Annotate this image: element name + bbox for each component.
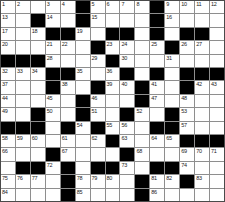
clue-number: 86 [151,189,157,195]
cell-r15c11[interactable]: 86 [150,189,164,201]
cell-r14c2[interactable]: 76 [16,175,30,187]
cell-r2c14[interactable] [195,14,209,26]
cell-r9c7[interactable]: 51 [91,108,105,120]
clue-number: 36 [107,68,113,74]
cell-r4c15[interactable] [210,41,224,53]
clue-number: 85 [77,189,83,195]
cell-r13c14[interactable] [195,162,209,174]
cell-r11c4[interactable] [46,135,60,147]
cell-r4c3[interactable] [31,41,45,53]
clue-number: 4 [62,1,65,7]
cell-r8c3[interactable] [31,95,45,107]
cell-r15c9[interactable] [120,189,134,201]
cell-r5c4[interactable]: 28 [46,55,60,67]
clue-number: 22 [62,41,68,47]
black-cell-r6c5 [61,68,75,80]
cell-r2c8[interactable] [106,14,120,26]
cell-r15c8[interactable] [106,189,120,201]
cell-r7c1[interactable]: 37 [1,81,15,93]
clue-number: 14 [47,14,53,20]
cell-r7c2[interactable] [16,81,30,93]
cell-r1c2[interactable]: 2 [16,1,30,13]
black-cell-r3c8 [106,28,120,40]
cell-r15c1[interactable]: 84 [1,189,15,201]
cell-r5c15[interactable] [210,55,224,67]
clue-number: 49 [2,108,8,114]
cell-r12c15[interactable]: 71 [210,148,224,160]
cell-r8c7[interactable]: 46 [91,95,105,107]
cell-r6c12[interactable] [165,68,179,80]
cell-r7c9[interactable]: 40 [120,81,134,93]
clue-number: 67 [62,148,68,154]
clue-number: 55 [107,122,113,128]
black-cell-r3c9 [120,28,134,40]
black-cell-r9c12 [165,108,179,120]
black-cell-r1c11 [150,1,164,13]
cell-r15c6[interactable]: 85 [76,189,90,201]
cell-r3c10[interactable] [135,28,149,40]
black-cell-r15c10 [135,189,149,201]
cell-r4c8[interactable]: 23 [106,41,120,53]
cell-r3c12[interactable] [165,28,179,40]
cell-r13c4[interactable]: 72 [46,162,60,174]
clue-number: 57 [181,122,187,128]
clue-number: 12 [211,1,217,7]
clue-number: 27 [196,41,202,47]
cell-r12c7[interactable] [91,148,105,160]
clue-number: 60 [32,135,38,141]
clue-number: 53 [181,108,187,114]
clue-number: 5 [92,1,95,7]
clue-number: 34 [32,68,38,74]
cell-r1c4[interactable]: 3 [46,1,60,13]
cell-r12c10[interactable]: 68 [135,148,149,160]
cell-r14c6[interactable]: 78 [76,175,90,187]
clue-number: 29 [92,55,98,61]
black-cell-r1c6 [76,1,90,13]
black-cell-r13c7 [91,162,105,174]
black-cell-r5c3 [31,55,45,67]
clue-number: 47 [151,95,157,101]
cell-r6c1[interactable]: 32 [1,68,15,80]
clue-number: 33 [17,68,23,74]
cell-r10c4[interactable] [46,122,60,134]
cell-r13c1[interactable] [1,162,15,174]
cell-r2c9[interactable] [120,14,134,26]
black-cell-r12c4 [46,148,60,160]
cell-r1c10[interactable]: 8 [135,1,149,13]
black-cell-r10c1 [1,122,15,134]
cell-r2c10[interactable] [135,14,149,26]
cell-r14c9[interactable] [120,175,134,187]
cell-r6c6[interactable]: 35 [76,68,90,80]
cell-r14c4[interactable] [46,175,60,187]
cell-r11c12[interactable]: 65 [165,135,179,147]
black-cell-r6c15 [210,68,224,80]
clue-number: 28 [47,55,53,61]
cell-r8c1[interactable]: 44 [1,95,15,107]
cell-r8c5[interactable] [61,95,75,107]
black-cell-r10c5 [61,122,75,134]
cell-r15c3[interactable] [31,189,45,201]
black-cell-r11c15 [210,135,224,147]
cell-r9c15[interactable] [210,108,224,120]
cell-r15c2[interactable] [16,189,30,201]
black-cell-r10c2 [16,122,30,134]
cell-r12c8[interactable] [106,148,120,160]
cell-r11c5[interactable]: 61 [61,135,75,147]
clue-number: 42 [196,81,202,87]
cell-r6c3[interactable]: 34 [31,68,45,80]
crossword-grid: 1234567891011121314151617181920212223242… [0,0,225,202]
black-cell-r6c14 [195,68,209,80]
cell-r13c6[interactable] [76,162,90,174]
clue-number: 59 [17,135,23,141]
clue-number: 79 [92,175,98,181]
cell-r9c8[interactable] [106,108,120,120]
black-cell-r11c8 [106,135,120,147]
clue-number: 13 [2,14,8,20]
cell-r2c5[interactable] [61,14,75,26]
cell-r8c11[interactable]: 47 [150,95,164,107]
cell-r3c6[interactable]: 19 [76,28,90,40]
clue-number: 26 [181,41,187,47]
cell-r15c13[interactable] [180,189,194,201]
black-cell-r9c9 [120,108,134,120]
clue-number: 56 [121,122,127,128]
clue-number: 71 [211,148,217,154]
cell-r13c10[interactable] [135,162,149,174]
black-cell-r6c9 [120,68,134,80]
crossword-puzzle: 1234567891011121314151617181920212223242… [0,0,225,202]
cell-r5c14[interactable] [195,55,209,67]
cell-r10c13[interactable]: 57 [180,122,194,134]
clue-number: 30 [121,55,127,61]
cell-r6c2[interactable]: 33 [16,68,30,80]
cell-r8c12[interactable] [165,95,179,107]
clue-number: 37 [2,81,8,87]
black-cell-r13c8 [106,162,120,174]
cell-r14c3[interactable]: 77 [31,175,45,187]
black-cell-r3c4 [46,28,60,40]
clue-number: 66 [2,148,8,154]
cell-r8c9[interactable] [120,95,134,107]
clue-number: 19 [77,28,83,34]
black-cell-r9c3 [31,108,45,120]
cell-r2c7[interactable]: 15 [91,14,105,26]
clue-number: 46 [92,95,98,101]
cell-r12c2[interactable] [16,148,30,160]
black-cell-r13c12 [165,162,179,174]
cell-r4c9[interactable]: 24 [120,41,134,53]
cell-r2c4[interactable]: 14 [46,14,60,26]
cell-r12c6[interactable] [76,148,90,160]
clue-number: 11 [196,1,201,7]
cell-r15c12[interactable] [165,189,179,201]
clue-number: 65 [166,135,172,141]
cell-r1c12[interactable]: 9 [165,1,179,13]
black-cell-r3c14 [195,28,209,40]
cell-r11c10[interactable] [135,135,149,147]
cell-r9c5[interactable] [61,108,75,120]
cell-r9c10[interactable]: 52 [135,108,149,120]
clue-number: 15 [92,14,98,20]
black-cell-r7c7 [91,81,105,93]
cell-r15c14[interactable] [195,189,209,201]
clue-number: 24 [121,41,127,47]
black-cell-r3c5 [61,28,75,40]
clue-number: 75 [2,175,8,181]
cell-r4c10[interactable] [135,41,149,53]
cell-r12c13[interactable]: 69 [180,148,194,160]
black-cell-r2c3 [31,14,45,26]
cell-r3c1[interactable]: 17 [1,28,15,40]
cell-r1c3[interactable] [31,1,45,13]
cell-r3c2[interactable] [16,28,30,40]
cell-r1c5[interactable]: 4 [61,1,75,13]
cell-r9c13[interactable]: 53 [180,108,194,120]
cell-r1c13[interactable]: 10 [180,1,194,13]
clue-number: 3 [47,1,50,7]
cell-r11c11[interactable]: 64 [150,135,164,147]
clue-number: 7 [121,1,124,7]
cell-r2c13[interactable] [180,14,194,26]
cell-r1c9[interactable]: 7 [120,1,134,13]
cell-r5c9[interactable]: 30 [120,55,134,67]
clue-number: 78 [77,175,83,181]
clue-number: 6 [107,1,110,7]
black-cell-r14c10 [135,175,149,187]
clue-number: 82 [166,175,172,181]
cell-r11c1[interactable]: 58 [1,135,15,147]
cell-r6c8[interactable]: 36 [106,68,120,80]
cell-r8c8[interactable] [106,95,120,107]
cell-r15c7[interactable] [91,189,105,201]
cell-r9c1[interactable]: 49 [1,108,15,120]
cell-r4c4[interactable]: 21 [46,41,60,53]
black-cell-r7c10 [135,81,149,93]
clue-number: 84 [2,189,8,195]
cell-r4c14[interactable]: 27 [195,41,209,53]
cell-r10c10[interactable] [135,122,149,134]
cell-r11c2[interactable]: 59 [16,135,30,147]
black-cell-r7c4 [46,81,60,93]
cell-r9c14[interactable] [195,108,209,120]
cell-r2c12[interactable]: 16 [165,14,179,26]
clue-number: 77 [32,175,38,181]
black-cell-r11c13 [180,135,194,147]
cell-r10c9[interactable]: 56 [120,122,134,134]
cell-r4c13[interactable]: 26 [180,41,194,53]
cell-r7c14[interactable]: 42 [195,81,209,93]
black-cell-r15c5 [61,189,75,201]
cell-r8c13[interactable]: 48 [180,95,194,107]
clue-number: 35 [77,68,83,74]
cell-r10c8[interactable]: 55 [106,122,120,134]
clue-number: 81 [151,175,157,181]
cell-r6c7[interactable] [91,68,105,80]
black-cell-r2c6 [76,14,90,26]
cell-r12c3[interactable] [31,148,45,160]
black-cell-r3c13 [180,28,194,40]
cell-r5c12[interactable]: 31 [165,55,179,67]
black-cell-r11c14 [195,135,209,147]
black-cell-r10c3 [31,122,45,134]
cell-r7c3[interactable] [31,81,45,93]
cell-r2c2[interactable] [16,14,30,26]
black-cell-r6c13 [180,68,194,80]
cell-r10c14[interactable] [195,122,209,134]
clue-number: 63 [121,135,127,141]
clue-number: 76 [17,175,23,181]
cell-r12c1[interactable]: 66 [1,148,15,160]
clue-number: 68 [136,148,142,154]
clue-number: 9 [166,1,169,7]
cell-r14c7[interactable]: 79 [91,175,105,187]
clue-number: 51 [92,108,98,114]
clue-number: 58 [2,135,8,141]
clue-number: 17 [2,28,8,34]
cell-r2c15[interactable] [210,14,224,26]
clue-number: 44 [2,95,8,101]
cell-r7c12[interactable] [165,81,179,93]
cell-r12c12[interactable] [165,148,179,160]
black-cell-r14c13 [180,175,194,187]
cell-r14c14[interactable]: 83 [195,175,209,187]
clue-number: 52 [136,108,142,114]
black-cell-r10c12 [165,122,179,134]
clue-number: 25 [151,41,157,47]
cell-r12c11[interactable] [150,148,164,160]
clue-number: 83 [196,175,202,181]
clue-number: 50 [47,108,53,114]
cell-r5c5[interactable] [61,55,75,67]
cell-r5c10[interactable] [135,55,149,67]
cell-r3c7[interactable] [91,28,105,40]
cell-r14c11[interactable]: 81 [150,175,164,187]
cell-r1c1[interactable]: 1 [1,1,15,13]
cell-r5c6[interactable] [76,55,90,67]
cell-r8c2[interactable] [16,95,30,107]
cell-r4c6[interactable] [76,41,90,53]
clue-number: 16 [166,14,172,20]
clue-number: 54 [77,122,83,128]
black-cell-r9c6 [76,108,90,120]
clue-number: 20 [2,41,8,47]
cell-r15c15[interactable] [210,189,224,201]
cell-r4c1[interactable]: 20 [1,41,15,53]
cell-r13c13[interactable]: 74 [180,162,194,174]
cell-r8c15[interactable] [210,95,224,107]
black-cell-r10c7 [91,122,105,134]
cell-r1c8[interactable]: 6 [106,1,120,13]
cell-r3c3[interactable]: 18 [31,28,45,40]
black-cell-r6c4 [46,68,60,80]
cell-r14c15[interactable] [210,175,224,187]
clue-number: 45 [47,95,53,101]
cell-r5c11[interactable] [150,55,164,67]
cell-r13c9[interactable]: 73 [120,162,134,174]
clue-number: 10 [181,1,187,7]
clue-number: 48 [181,95,187,101]
cell-r7c8[interactable]: 39 [106,81,120,93]
clue-number: 43 [211,81,217,87]
clue-number: 2 [17,1,20,7]
black-cell-r14c5 [61,175,75,187]
black-cell-r13c11 [150,162,164,174]
black-cell-r12c9 [120,148,134,160]
cell-r11c9[interactable]: 63 [120,135,134,147]
cell-r15c4[interactable] [46,189,60,201]
black-cell-r13c3 [31,162,45,174]
cell-r14c8[interactable]: 80 [106,175,120,187]
black-cell-r6c11 [150,68,164,80]
cell-r7c5[interactable]: 38 [61,81,75,93]
cell-r1c15[interactable]: 12 [210,1,224,13]
cell-r12c5[interactable]: 67 [61,148,75,160]
cell-r7c11[interactable]: 41 [150,81,164,93]
clue-number: 39 [107,81,113,87]
cell-r4c11[interactable]: 25 [150,41,164,53]
clue-number: 72 [47,162,53,168]
clue-number: 8 [136,1,139,7]
clue-number: 73 [121,162,127,168]
black-cell-r5c2 [16,55,30,67]
cell-r11c7[interactable]: 62 [91,135,105,147]
clue-number: 61 [62,135,68,141]
clue-number: 74 [181,162,187,168]
cell-r10c6[interactable]: 54 [76,122,90,134]
cell-r8c14[interactable] [195,95,209,107]
cell-r14c12[interactable]: 82 [165,175,179,187]
cell-r7c6[interactable] [76,81,90,93]
cell-r5c7[interactable]: 29 [91,55,105,67]
cell-r12c14[interactable]: 70 [195,148,209,160]
clue-number: 38 [62,81,68,87]
cell-r1c14[interactable]: 11 [195,1,209,13]
black-cell-r8c6 [76,95,90,107]
clue-number: 21 [47,41,53,47]
black-cell-r10c11 [150,122,164,134]
clue-number: 23 [107,41,113,47]
cell-r13c15[interactable] [210,162,224,174]
clue-number: 31 [166,55,172,61]
clue-number: 69 [181,148,187,154]
cell-r11c3[interactable]: 60 [31,135,45,147]
cell-r14c1[interactable]: 75 [1,175,15,187]
black-cell-r2c11 [150,14,164,26]
clue-number: 80 [107,175,113,181]
black-cell-r13c2 [16,162,30,174]
cell-r9c4[interactable]: 50 [46,108,60,120]
cell-r10c15[interactable] [210,122,224,134]
cell-r9c11[interactable] [150,108,164,120]
cell-r7c15[interactable]: 43 [210,81,224,93]
cell-r11c6[interactable] [76,135,90,147]
cell-r4c2[interactable] [16,41,30,53]
cell-r9c2[interactable] [16,108,30,120]
cell-r1c7[interactable]: 5 [91,1,105,13]
black-cell-r3c11 [150,28,164,40]
cell-r5c13[interactable] [180,55,194,67]
cell-r3c15[interactable] [210,28,224,40]
cell-r4c5[interactable]: 22 [61,41,75,53]
cell-r2c1[interactable]: 13 [1,14,15,26]
cell-r6c10[interactable] [135,68,149,80]
cell-r8c4[interactable]: 45 [46,95,60,107]
clue-number: 32 [2,68,8,74]
clue-number: 64 [151,135,157,141]
